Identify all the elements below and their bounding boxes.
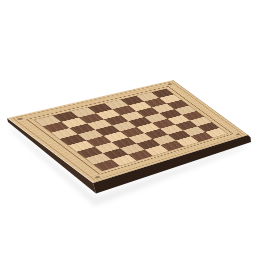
frame-corner-dot [94, 176, 101, 179]
frame-corner-dot [235, 133, 240, 135]
frame-corner-dot [17, 118, 24, 121]
frame-corner-dot [167, 83, 172, 85]
photo-background [0, 0, 260, 260]
